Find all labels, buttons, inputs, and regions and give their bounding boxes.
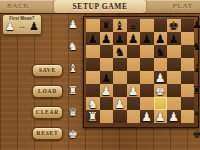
piece-bp-f7[interactable]: ♟ [154, 32, 168, 46]
square-e6[interactable] [140, 45, 154, 58]
square-c4[interactable] [113, 71, 127, 84]
piece-bp-c7[interactable]: ♟ [113, 32, 127, 46]
square-d4[interactable] [127, 71, 141, 84]
square-c6[interactable]: ♞ [113, 45, 127, 58]
piece-bp-a7[interactable]: ♟ [86, 32, 100, 46]
square-d8[interactable]: ♛ [127, 19, 141, 32]
tray-piece-wq[interactable]: ♛ [66, 106, 80, 119]
tray-piece-bn[interactable]: ♞ [190, 40, 200, 53]
square-b5[interactable] [100, 58, 114, 71]
square-g4[interactable] [167, 71, 181, 84]
square-e4[interactable] [140, 71, 154, 84]
piece-bq-d8[interactable]: ♛ [127, 19, 141, 33]
square-g2[interactable] [167, 97, 181, 110]
square-b8[interactable]: ♜ [100, 19, 114, 32]
piece-wp-f4[interactable]: ♟ [154, 71, 168, 85]
square-g3[interactable] [167, 84, 181, 97]
square-a7[interactable]: ♟ [86, 32, 100, 45]
tray-piece-bk[interactable]: ♚ [190, 128, 200, 141]
piece-bp-d7[interactable]: ♟ [127, 32, 141, 46]
first-move-toggle[interactable]: First Move? ♟ ↔ ♟ [2, 14, 42, 35]
piece-wn-a2[interactable]: ♞ [86, 97, 100, 111]
square-g1[interactable]: ♟ [167, 110, 181, 123]
piece-bb-c8[interactable]: ♝ [113, 19, 127, 33]
square-e5[interactable] [140, 58, 154, 71]
piece-bn-c6[interactable]: ♞ [113, 45, 127, 59]
title-bar: BACK SETUP GAME PLAY [0, 0, 200, 14]
square-c8[interactable]: ♝ [113, 19, 127, 32]
play-button[interactable]: PLAY [173, 2, 193, 10]
square-c3[interactable] [113, 84, 127, 97]
piece-wp-d3[interactable]: ♟ [127, 84, 141, 98]
square-e7[interactable]: ♟ [140, 32, 154, 45]
square-c1[interactable] [113, 110, 127, 123]
piece-bp-b4[interactable]: ♟ [100, 71, 114, 85]
square-e3[interactable] [140, 84, 154, 97]
square-f2[interactable] [154, 97, 168, 110]
piece-br-b8[interactable]: ♜ [100, 19, 114, 33]
tray-piece-wp[interactable]: ♟ [66, 18, 80, 31]
tray-piece-wk[interactable]: ♚ [66, 128, 80, 141]
square-f3[interactable]: ♚ [154, 84, 168, 97]
square-d6[interactable] [127, 45, 141, 58]
square-d3[interactable]: ♟ [127, 84, 141, 97]
square-b7[interactable]: ♟ [100, 32, 114, 45]
tray-piece-br[interactable]: ♜ [190, 84, 200, 97]
piece-bp-e7[interactable]: ♟ [140, 32, 154, 46]
square-c7[interactable]: ♟ [113, 32, 127, 45]
piece-bp-g7[interactable]: ♟ [167, 32, 181, 46]
square-a3[interactable] [86, 84, 100, 97]
square-d1[interactable] [127, 110, 141, 123]
piece-wp-b3[interactable]: ♟ [100, 84, 114, 98]
square-f6[interactable]: ♞ [154, 45, 168, 58]
square-f8[interactable] [154, 19, 168, 32]
piece-wr-a1[interactable]: ♜ [86, 110, 100, 124]
swap-arrow-icon: ↔ [16, 20, 28, 33]
square-c5[interactable] [113, 58, 127, 71]
square-d5[interactable] [127, 58, 141, 71]
piece-bn-f6[interactable]: ♞ [154, 45, 168, 59]
board-frame: ♜♝♛♚♟♟♟♟♟♟♟♞♞♟♟♟♟♚♞♟♜♟♟♟ [83, 16, 199, 128]
square-f1[interactable]: ♟ [154, 110, 168, 123]
first-move-row: ♟ ↔ ♟ [3, 20, 41, 34]
square-f4[interactable]: ♟ [154, 71, 168, 84]
square-e2[interactable] [140, 97, 154, 110]
square-f7[interactable]: ♟ [154, 32, 168, 45]
square-e1[interactable]: ♟ [140, 110, 154, 123]
square-f5[interactable] [154, 58, 168, 71]
square-g8[interactable]: ♚ [167, 19, 181, 32]
square-b6[interactable] [100, 45, 114, 58]
square-d7[interactable]: ♟ [127, 32, 141, 45]
square-a1[interactable]: ♜ [86, 110, 100, 123]
tray-piece-bq[interactable]: ♛ [190, 106, 200, 119]
black-pawn-icon[interactable]: ♟ [28, 20, 40, 33]
square-b3[interactable]: ♟ [100, 84, 114, 97]
tray-piece-bb[interactable]: ♝ [190, 62, 200, 75]
square-b2[interactable] [100, 97, 114, 110]
square-a4[interactable] [86, 71, 100, 84]
square-e8[interactable] [140, 19, 154, 32]
square-g5[interactable] [167, 58, 181, 71]
piece-wp-c2[interactable]: ♟ [113, 97, 127, 111]
square-g6[interactable] [167, 45, 181, 58]
clear-button[interactable]: CLEAR [32, 106, 63, 119]
save-button[interactable]: SAVE [32, 64, 63, 77]
chess-board[interactable]: ♜♝♛♚♟♟♟♟♟♟♟♞♞♟♟♟♟♚♞♟♜♟♟♟ [86, 19, 194, 123]
square-a2[interactable]: ♞ [86, 97, 100, 110]
square-g7[interactable]: ♟ [167, 32, 181, 45]
tray-piece-bp[interactable]: ♟ [190, 18, 200, 31]
page-title: SETUP GAME [0, 2, 200, 11]
tray-piece-wb[interactable]: ♝ [66, 62, 80, 75]
piece-wk-f3[interactable]: ♚ [154, 84, 168, 98]
square-a6[interactable] [86, 45, 100, 58]
piece-wp-g1[interactable]: ♟ [167, 110, 181, 124]
square-b4[interactable]: ♟ [100, 71, 114, 84]
setup-game-screen: BACK SETUP GAME PLAY First Move? ♟ ↔ ♟ S… [0, 0, 200, 150]
white-pawn-icon[interactable]: ♟ [4, 20, 16, 33]
square-a8[interactable] [86, 19, 100, 32]
tray-piece-wn[interactable]: ♞ [66, 40, 80, 53]
piece-wp-e1[interactable]: ♟ [140, 110, 154, 124]
piece-bp-b7[interactable]: ♟ [100, 32, 114, 46]
piece-bk-g8[interactable]: ♚ [167, 19, 181, 33]
piece-wp-f1[interactable]: ♟ [154, 110, 168, 124]
load-button[interactable]: LOAD [32, 85, 63, 98]
tray-piece-wr[interactable]: ♜ [66, 84, 80, 97]
reset-button[interactable]: RESET [32, 127, 63, 140]
square-a5[interactable] [86, 58, 100, 71]
square-d2[interactable] [127, 97, 141, 110]
square-b1[interactable] [100, 110, 114, 123]
square-c2[interactable]: ♟ [113, 97, 127, 110]
